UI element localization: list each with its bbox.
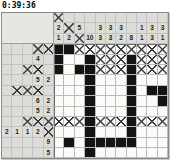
grid-cell[interactable]: [137, 117, 147, 127]
grid-cell[interactable]: [127, 55, 137, 65]
row-clue-cell[interactable]: [2, 55, 12, 65]
row-clue-cell[interactable]: [2, 75, 12, 85]
row-clue-cell[interactable]: 2: [44, 75, 54, 85]
grid-cell[interactable]: [147, 96, 157, 106]
row-clue-cell[interactable]: [44, 86, 54, 96]
col-clue-cell[interactable]: [96, 13, 106, 23]
row-clue-cell[interactable]: 2: [2, 127, 12, 137]
row-clue-cell[interactable]: 5: [33, 75, 43, 85]
grid-cell[interactable]: [64, 44, 74, 54]
grid-cell[interactable]: [116, 75, 126, 85]
grid-cell[interactable]: [106, 44, 116, 54]
col-clue-cell[interactable]: 1: [137, 34, 147, 44]
col-clue-cell[interactable]: 2: [64, 34, 74, 44]
row-clue-cell[interactable]: [12, 96, 22, 106]
row-clue-cell[interactable]: 9: [44, 138, 54, 148]
grid-cell[interactable]: [54, 127, 64, 137]
grid-cell[interactable]: [158, 107, 168, 117]
row-clue-cell[interactable]: 2: [33, 127, 43, 137]
col-clue-cell[interactable]: [127, 23, 137, 33]
row-clue-cell[interactable]: [23, 75, 33, 85]
grid-cell[interactable]: [147, 44, 157, 54]
col-clue-cell[interactable]: 10: [85, 34, 95, 44]
row-clue-cell[interactable]: [44, 55, 54, 65]
grid-cell[interactable]: [116, 117, 126, 127]
grid-cell[interactable]: [127, 127, 137, 137]
col-clue-cell[interactable]: [127, 13, 137, 23]
grid-cell[interactable]: [75, 86, 85, 96]
row-clue-cell[interactable]: [12, 75, 22, 85]
row-clue-cell[interactable]: [23, 138, 33, 148]
row-clue-cell[interactable]: [12, 44, 22, 54]
nonogram-board: 25333133121033281314526252211295: [1, 12, 169, 159]
row-clue-cell[interactable]: 1: [12, 127, 22, 137]
row-clue-cell[interactable]: [33, 138, 43, 148]
row-clue-cell[interactable]: [2, 65, 12, 75]
grid-cell[interactable]: [106, 127, 116, 137]
grid-cell[interactable]: [137, 75, 147, 85]
row-clue-cell[interactable]: [33, 117, 43, 127]
grid-cell[interactable]: [147, 65, 157, 75]
grid-cell[interactable]: [147, 117, 157, 127]
grid-cell[interactable]: [137, 44, 147, 54]
grid-cell[interactable]: [116, 107, 126, 117]
grid-cell[interactable]: [64, 55, 74, 65]
grid-cell[interactable]: [137, 86, 147, 96]
grid-cell[interactable]: [127, 96, 137, 106]
grid-cell[interactable]: [75, 127, 85, 137]
grid-cell[interactable]: [75, 107, 85, 117]
col-clue-cell[interactable]: [64, 23, 74, 33]
row-clue-cell[interactable]: [12, 107, 22, 117]
row-clue-cell[interactable]: [12, 86, 22, 96]
grid-cell[interactable]: [96, 44, 106, 54]
row-clue-cell[interactable]: [12, 138, 22, 148]
grid-cell[interactable]: [116, 96, 126, 106]
grid-cell[interactable]: [158, 148, 168, 158]
row-clue-cell[interactable]: 5: [44, 148, 54, 158]
grid-cell[interactable]: [106, 96, 116, 106]
grid-cell[interactable]: [137, 127, 147, 137]
grid-cell[interactable]: [137, 138, 147, 148]
grid-cell[interactable]: [64, 127, 74, 137]
grid-cell[interactable]: [96, 75, 106, 85]
grid-cell[interactable]: [116, 86, 126, 96]
grid-cell[interactable]: [85, 75, 95, 85]
grid-cell[interactable]: [147, 86, 157, 96]
row-clue-cell[interactable]: [2, 44, 12, 54]
grid-cell[interactable]: [127, 44, 137, 54]
col-clue-cell[interactable]: 2: [54, 23, 64, 33]
row-clue-cell[interactable]: [2, 96, 12, 106]
row-clue-cell[interactable]: [44, 65, 54, 75]
row-clue-cell[interactable]: 4: [33, 55, 43, 65]
grid-cell[interactable]: [85, 148, 95, 158]
grid-cell[interactable]: [137, 65, 147, 75]
grid-cell[interactable]: [96, 148, 106, 158]
grid-cell[interactable]: [116, 65, 126, 75]
grid-cell[interactable]: [75, 138, 85, 148]
row-clue-cell[interactable]: [33, 65, 43, 75]
col-clue-cell[interactable]: [54, 13, 64, 23]
grid-cell[interactable]: [158, 75, 168, 85]
grid-cell[interactable]: [85, 44, 95, 54]
grid-cell[interactable]: [137, 148, 147, 158]
col-clue-cell[interactable]: 5: [75, 23, 85, 33]
col-clue-cell[interactable]: [116, 13, 126, 23]
grid-cell[interactable]: [106, 107, 116, 117]
grid-cell[interactable]: [127, 75, 137, 85]
timer: 0:39:36: [2, 1, 36, 11]
grid-cell[interactable]: [106, 55, 116, 65]
grid-cell[interactable]: [106, 117, 116, 127]
grid-cell[interactable]: [127, 117, 137, 127]
col-clue-cell[interactable]: 3: [106, 34, 116, 44]
grid-cell[interactable]: [85, 55, 95, 65]
grid-cell[interactable]: [147, 138, 157, 148]
grid-cell[interactable]: [54, 148, 64, 158]
col-clue-cell[interactable]: [85, 23, 95, 33]
row-clue-cell[interactable]: [44, 127, 54, 137]
col-clue-cell[interactable]: [106, 13, 116, 23]
grid-cell[interactable]: [158, 55, 168, 65]
grid-cell[interactable]: [54, 86, 64, 96]
grid-cell[interactable]: [116, 148, 126, 158]
grid-cell[interactable]: [64, 117, 74, 127]
grid-cell[interactable]: [127, 86, 137, 96]
row-clue-cell[interactable]: [44, 117, 54, 127]
grid-cell[interactable]: [64, 138, 74, 148]
grid-cell[interactable]: [106, 65, 116, 75]
grid-cell[interactable]: [75, 44, 85, 54]
row-clue-cell[interactable]: [12, 117, 22, 127]
grid-cell[interactable]: [54, 44, 64, 54]
grid-cell[interactable]: [106, 86, 116, 96]
row-clue-cell[interactable]: 6: [33, 96, 43, 106]
grid-cell[interactable]: [127, 107, 137, 117]
col-clue-cell[interactable]: 3: [147, 23, 157, 33]
grid-cell[interactable]: [147, 55, 157, 65]
row-clue-cell[interactable]: 2: [44, 107, 54, 117]
row-clue-cell[interactable]: [2, 117, 12, 127]
row-clue-cell[interactable]: [23, 148, 33, 158]
row-clue-cell[interactable]: [23, 96, 33, 106]
grid-cell[interactable]: [158, 127, 168, 137]
row-clue-cell[interactable]: [23, 44, 33, 54]
row-clue-cell[interactable]: 1: [23, 127, 33, 137]
grid-cell[interactable]: [96, 127, 106, 137]
grid-cell[interactable]: [85, 127, 95, 137]
row-clue-cell[interactable]: [12, 55, 22, 65]
grid-cell[interactable]: [147, 148, 157, 158]
grid-cell[interactable]: [64, 96, 74, 106]
row-clue-cell[interactable]: [2, 138, 12, 148]
row-clue-cell[interactable]: 2: [44, 96, 54, 106]
grid-cell[interactable]: [127, 138, 137, 148]
col-clue-cell[interactable]: [85, 13, 95, 23]
grid-cell[interactable]: [147, 107, 157, 117]
grid-cell[interactable]: [75, 55, 85, 65]
row-clue-cell[interactable]: [2, 148, 12, 158]
grid-cell[interactable]: [116, 44, 126, 54]
row-clue-cell[interactable]: [23, 86, 33, 96]
row-clue-cell[interactable]: [23, 107, 33, 117]
grid-cell[interactable]: [147, 127, 157, 137]
grid-cell[interactable]: [106, 148, 116, 158]
row-clue-cell[interactable]: 5: [33, 107, 43, 117]
row-clue-cell[interactable]: [44, 44, 54, 54]
col-clue-cell[interactable]: 8: [127, 34, 137, 44]
col-clue-cell[interactable]: [64, 13, 74, 23]
grid-cell[interactable]: [75, 148, 85, 158]
grid-cell[interactable]: [64, 148, 74, 158]
grid-cell[interactable]: [158, 44, 168, 54]
grid-cell[interactable]: [54, 117, 64, 127]
grid-cell[interactable]: [127, 148, 137, 158]
grid-cell[interactable]: [106, 75, 116, 85]
grid-cell[interactable]: [147, 75, 157, 85]
col-clue-cell[interactable]: 1: [54, 34, 64, 44]
col-clue-cell[interactable]: 3: [96, 23, 106, 33]
grid-cell[interactable]: [116, 55, 126, 65]
row-clue-cell[interactable]: [12, 65, 22, 75]
grid-cell[interactable]: [96, 55, 106, 65]
grid-cell[interactable]: [54, 65, 64, 75]
col-clue-cell[interactable]: 1: [158, 34, 168, 44]
grid-cell[interactable]: [96, 65, 106, 75]
grid-cell[interactable]: [85, 86, 95, 96]
grid-cell[interactable]: [54, 107, 64, 117]
grid-cell[interactable]: [75, 96, 85, 106]
grid-cell[interactable]: [54, 75, 64, 85]
grid-cell[interactable]: [116, 138, 126, 148]
row-clue-cell[interactable]: [12, 148, 22, 158]
grid-cell[interactable]: [137, 107, 147, 117]
grid-cell[interactable]: [64, 65, 74, 75]
grid-cell[interactable]: [85, 138, 95, 148]
grid-cell[interactable]: [64, 107, 74, 117]
col-clue-cell[interactable]: 3: [116, 23, 126, 33]
grid-cell[interactable]: [85, 65, 95, 75]
row-clue-cell[interactable]: [2, 107, 12, 117]
grid-cell[interactable]: [96, 117, 106, 127]
col-clue-cell[interactable]: 3: [106, 23, 116, 33]
grid-cell[interactable]: [75, 65, 85, 75]
grid-cell[interactable]: [96, 107, 106, 117]
col-clue-cell[interactable]: [137, 13, 147, 23]
col-clue-cell[interactable]: [147, 13, 157, 23]
grid-cell[interactable]: [75, 117, 85, 127]
grid-cell[interactable]: [116, 127, 126, 137]
row-clue-cell[interactable]: [23, 65, 33, 75]
grid-cell[interactable]: [75, 75, 85, 85]
grid-cell[interactable]: [158, 96, 168, 106]
grid-cell[interactable]: [158, 117, 168, 127]
col-clue-cell[interactable]: 1: [137, 23, 147, 33]
grid-cell[interactable]: [54, 138, 64, 148]
grid-cell[interactable]: [106, 138, 116, 148]
row-clue-cell[interactable]: [33, 148, 43, 158]
grid-cell[interactable]: [96, 96, 106, 106]
row-clue-cell[interactable]: [33, 44, 43, 54]
grid-cell[interactable]: [137, 55, 147, 65]
grid-cell[interactable]: [54, 55, 64, 65]
grid-cell[interactable]: [158, 138, 168, 148]
col-clue-cell[interactable]: [75, 13, 85, 23]
row-clue-cell[interactable]: [2, 86, 12, 96]
grid-cell[interactable]: [85, 96, 95, 106]
col-clue-cell[interactable]: [158, 13, 168, 23]
grid-cell[interactable]: [96, 138, 106, 148]
col-clue-cell[interactable]: [75, 34, 85, 44]
grid-cell[interactable]: [158, 86, 168, 96]
col-clue-cell[interactable]: 3: [158, 23, 168, 33]
row-clue-cell[interactable]: [23, 117, 33, 127]
row-clue-cell[interactable]: [33, 86, 43, 96]
grid-cell[interactable]: [137, 96, 147, 106]
grid-cell[interactable]: [158, 65, 168, 75]
grid-cell[interactable]: [54, 96, 64, 106]
grid-cell[interactable]: [85, 107, 95, 117]
grid-cell[interactable]: [127, 65, 137, 75]
col-clue-cell[interactable]: 3: [96, 34, 106, 44]
col-clue-cell[interactable]: 2: [116, 34, 126, 44]
col-clue-cell[interactable]: 3: [147, 34, 157, 44]
row-clue-cell[interactable]: [23, 55, 33, 65]
grid-cell[interactable]: [85, 117, 95, 127]
grid-cell[interactable]: [96, 86, 106, 96]
grid-cell[interactable]: [64, 75, 74, 85]
clue-corner: [2, 13, 54, 44]
grid-cell[interactable]: [64, 86, 74, 96]
